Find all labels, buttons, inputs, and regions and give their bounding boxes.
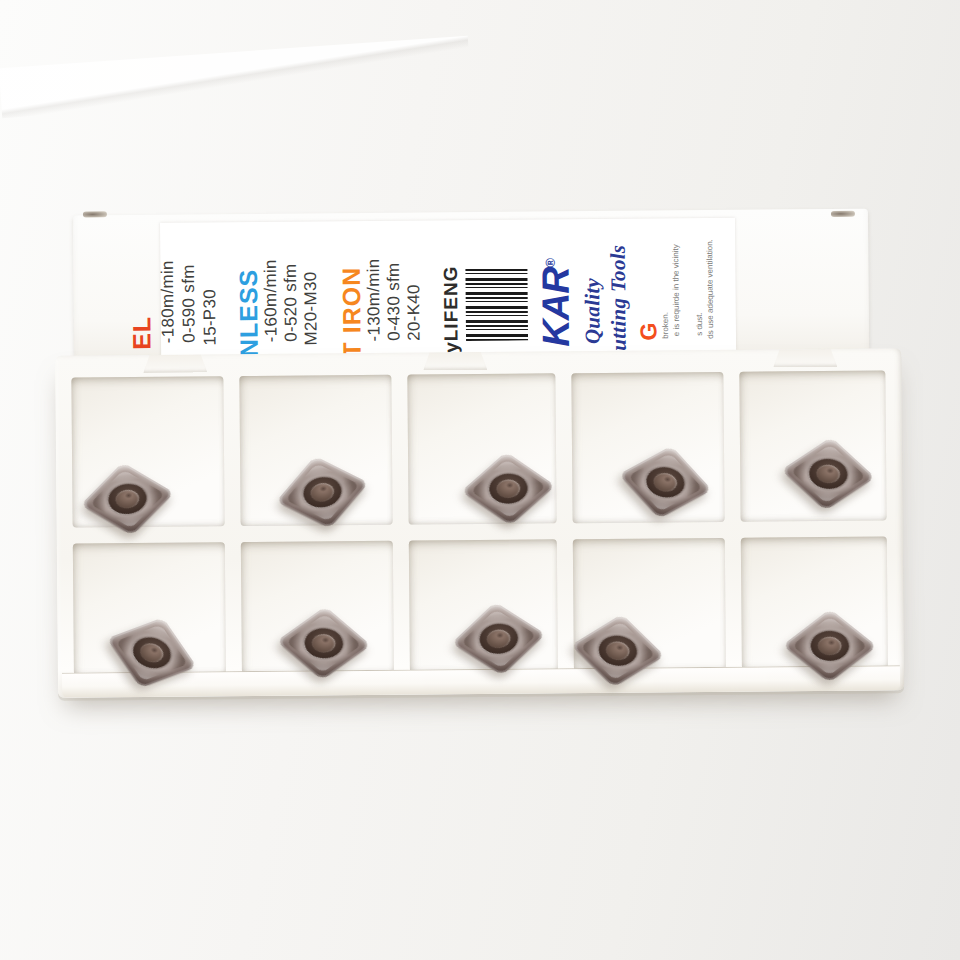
material-stainless-fragment: NLESS [236,269,262,358]
castiron-speed-metric: -130m/min [365,258,383,341]
registered-mark-icon: ® [543,258,558,268]
insert-box: EL -180m/min 0-590 sfm 15-P30 NLESS -160… [0,0,960,960]
steel-grade-range: 15-P30 [201,289,218,346]
steel-speed-sfm: 0-590 sfm [180,264,198,342]
insert-hole [297,622,351,664]
stainless-grade-range: M20-M30 [302,271,320,345]
barcode [465,266,528,345]
insert-hole [472,618,526,660]
vendor-name-fragment: yLIFENG [441,266,461,353]
insert-hole [296,472,349,513]
insert-hole [639,462,692,504]
warning-line-3: s dust. [696,312,704,336]
tagline-quality: Quality [582,278,604,344]
material-steel-fragment: EL [129,316,154,350]
material-castiron-fragment: T IRON [339,267,365,358]
brand-text: KAR [534,267,577,347]
brand-logo: KAR® [536,258,575,347]
rim-tab [773,349,837,368]
stainless-speed-metric: -160m/min [262,259,280,342]
product-photo: EL -180m/min 0-590 sfm 15-P30 NLESS -160… [0,0,960,960]
stainless-speed-sfm: 0-520 sfm [282,263,300,341]
insert-hole [481,468,535,510]
insert-hole [801,453,855,495]
rivet-right [831,211,855,217]
warning-line-2: e is requirde in the vicinity [672,244,681,336]
castiron-grade-range: 20-K40 [405,284,422,341]
castiron-speed-sfm: 0-430 sfm [385,263,403,341]
tagline-cutting-tools: utting Tools [608,245,630,351]
warning-line-1: broken. [662,312,670,339]
rim-tab [143,354,207,373]
warning-letter-fragment: G [637,322,660,340]
insert-hole [101,478,155,520]
steel-speed-metric: -180m/min [159,260,177,343]
rivet-left [83,211,107,217]
insert-hole [126,633,177,673]
rim-tab [423,352,487,371]
insert-hole [803,625,857,667]
warning-line-4: ds use adequate ventilation. [706,239,715,339]
insert-hole [591,630,645,672]
